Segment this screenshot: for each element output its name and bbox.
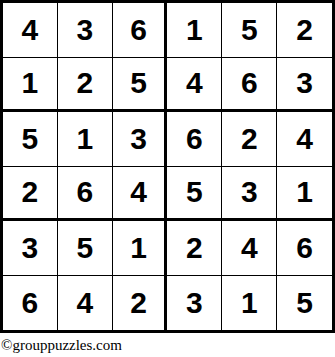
- cell-r6c1: 6: [3, 276, 58, 331]
- cell-r4c5: 3: [222, 167, 277, 222]
- cell-r6c2: 4: [58, 276, 113, 331]
- cell-r3c6: 4: [277, 112, 332, 167]
- cell-r6c4: 3: [167, 276, 222, 331]
- cell-r6c6: 5: [277, 276, 332, 331]
- copyright-credit: ©grouppuzzles.com: [1, 337, 122, 354]
- cell-r2c4: 4: [167, 58, 222, 113]
- cell-r4c4: 5: [167, 167, 222, 222]
- cell-r3c3: 3: [113, 112, 168, 167]
- cell-r6c3: 2: [113, 276, 168, 331]
- cell-r3c5: 2: [222, 112, 277, 167]
- cell-r3c2: 1: [58, 112, 113, 167]
- cell-r1c3: 6: [113, 3, 168, 58]
- cell-r2c3: 5: [113, 58, 168, 113]
- cell-r4c2: 6: [58, 167, 113, 222]
- cell-r1c1: 4: [3, 3, 58, 58]
- cell-r1c5: 5: [222, 3, 277, 58]
- cell-r2c5: 6: [222, 58, 277, 113]
- cell-r2c6: 3: [277, 58, 332, 113]
- cell-r1c6: 2: [277, 3, 332, 58]
- cell-r3c1: 5: [3, 112, 58, 167]
- cell-r2c1: 1: [3, 58, 58, 113]
- cell-r5c5: 4: [222, 221, 277, 276]
- cell-r2c2: 2: [58, 58, 113, 113]
- cell-r3c4: 6: [167, 112, 222, 167]
- cell-r4c6: 1: [277, 167, 332, 222]
- sudoku-board: 436152125463513624264531351246642315: [0, 0, 335, 333]
- cell-r1c2: 3: [58, 3, 113, 58]
- cell-r5c1: 3: [3, 221, 58, 276]
- cell-r4c3: 4: [113, 167, 168, 222]
- cell-r5c4: 2: [167, 221, 222, 276]
- cell-r4c1: 2: [3, 167, 58, 222]
- cell-r5c3: 1: [113, 221, 168, 276]
- cell-r6c5: 1: [222, 276, 277, 331]
- cell-r5c2: 5: [58, 221, 113, 276]
- cell-r5c6: 6: [277, 221, 332, 276]
- cell-r1c4: 1: [167, 3, 222, 58]
